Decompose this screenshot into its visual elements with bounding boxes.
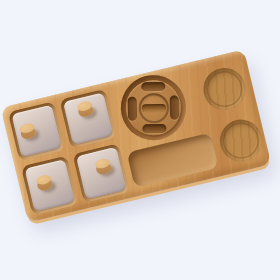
square-compartment-bottom-right (73, 143, 130, 203)
round-well-bottom-right (216, 115, 267, 166)
sliding-lid[interactable] (63, 93, 113, 145)
disc-slot-north (141, 82, 165, 92)
disc-slot-south (142, 124, 166, 134)
sliding-lid[interactable] (12, 105, 62, 157)
sliding-lid[interactable] (76, 147, 126, 199)
disc-slot-west (128, 96, 138, 120)
square-compartment-grid (8, 89, 130, 215)
square-compartment-top-left (8, 101, 65, 161)
backdrop (0, 0, 280, 280)
rectangular-tray-recess (127, 133, 219, 188)
disc-face (125, 79, 181, 135)
round-well-top-right (199, 64, 250, 115)
spinner-well (114, 68, 192, 146)
wooden-knob[interactable] (94, 157, 112, 175)
disc-hub-bar-handle[interactable] (141, 103, 165, 112)
wooden-knob[interactable] (76, 100, 94, 118)
sliding-lid[interactable] (25, 159, 75, 211)
wooden-knob[interactable] (35, 174, 53, 192)
disc-slot-east (170, 95, 180, 119)
rotating-disc[interactable] (120, 75, 186, 141)
disc-hub-ring (138, 92, 169, 123)
wooden-knob[interactable] (19, 122, 37, 140)
square-compartment-bottom-left (21, 156, 78, 216)
puzzle-board (1, 49, 272, 222)
square-compartment-top-right (59, 89, 116, 149)
